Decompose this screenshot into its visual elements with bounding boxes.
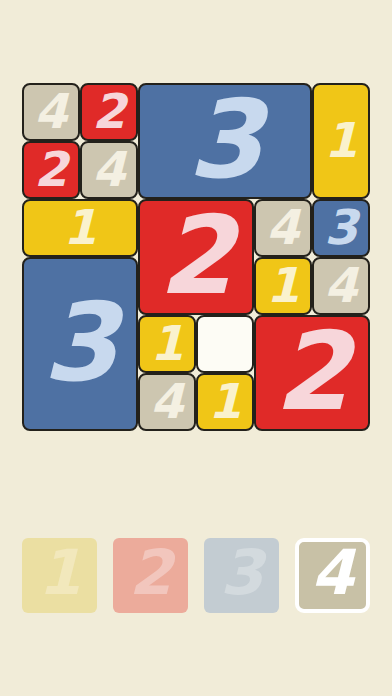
palette-tile-3[interactable]: 3 <box>204 538 279 613</box>
tile-3[interactable]: 3 <box>22 257 138 431</box>
tile-3[interactable]: 3 <box>138 83 312 199</box>
tile-1[interactable]: 1 <box>254 257 312 315</box>
board: 42312412433141241 <box>22 83 370 431</box>
palette-tile-2[interactable]: 2 <box>113 538 188 613</box>
tile-1[interactable]: 1 <box>196 373 254 431</box>
tile-2[interactable]: 2 <box>254 315 370 431</box>
tile-1[interactable]: 1 <box>22 199 138 257</box>
tile-1[interactable]: 1 <box>312 83 370 199</box>
palette-tile-4-selected[interactable]: 4 <box>295 538 370 613</box>
tile-1[interactable]: 1 <box>138 315 196 373</box>
tile-2[interactable]: 2 <box>22 141 80 199</box>
tile-4[interactable]: 4 <box>22 83 80 141</box>
tile-3[interactable]: 3 <box>312 199 370 257</box>
tile-4[interactable]: 4 <box>138 373 196 431</box>
tile-4[interactable]: 4 <box>312 257 370 315</box>
palette-tray: 1234 <box>22 537 370 613</box>
palette-tile-1[interactable]: 1 <box>22 538 97 613</box>
tile-2[interactable]: 2 <box>138 199 254 315</box>
tile-4[interactable]: 4 <box>80 141 138 199</box>
empty-cell[interactable] <box>196 315 254 373</box>
tile-4[interactable]: 4 <box>254 199 312 257</box>
tile-2[interactable]: 2 <box>80 83 138 141</box>
